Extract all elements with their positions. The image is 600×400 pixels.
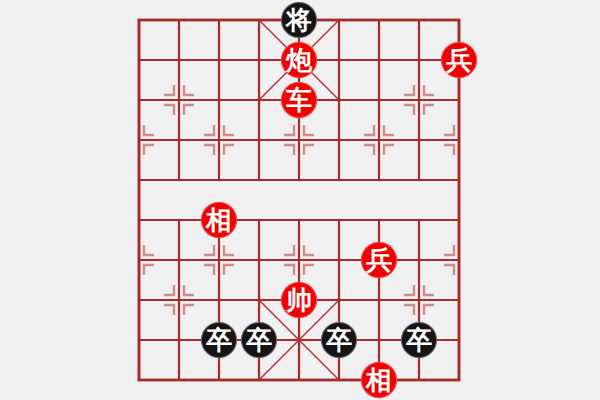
pieces-layer: 将炮兵车相兵帅卒卒卒卒相 bbox=[119, 0, 479, 400]
piece-black-soldier[interactable]: 卒 bbox=[401, 322, 437, 358]
piece-red-soldier[interactable]: 兵 bbox=[441, 42, 477, 78]
piece-red-chariot[interactable]: 车 bbox=[281, 82, 317, 118]
piece-black-general[interactable]: 将 bbox=[281, 2, 317, 38]
piece-black-soldier[interactable]: 卒 bbox=[321, 322, 357, 358]
piece-black-soldier[interactable]: 卒 bbox=[201, 322, 237, 358]
piece-red-elephant[interactable]: 相 bbox=[361, 362, 397, 398]
piece-black-soldier[interactable]: 卒 bbox=[241, 322, 277, 358]
piece-red-cannon[interactable]: 炮 bbox=[281, 42, 317, 78]
xiangqi-board-stage: 将炮兵车相兵帅卒卒卒卒相 bbox=[0, 0, 600, 400]
piece-red-soldier[interactable]: 兵 bbox=[361, 242, 397, 278]
piece-red-elephant[interactable]: 相 bbox=[201, 202, 237, 238]
piece-red-general[interactable]: 帅 bbox=[281, 282, 317, 318]
